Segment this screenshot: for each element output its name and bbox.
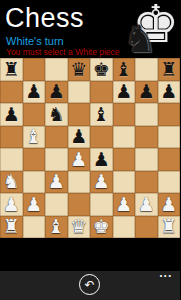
white-pawn[interactable]: ♟ xyxy=(45,171,68,194)
white-pawn[interactable]: ♟ xyxy=(158,193,181,216)
square-g4[interactable] xyxy=(135,148,158,171)
black-knight-art-icon: ♞ xyxy=(123,20,157,58)
square-h2[interactable]: ♟ xyxy=(158,193,181,216)
black-rook[interactable]: ♜ xyxy=(158,58,181,81)
square-c4[interactable] xyxy=(45,148,68,171)
square-g5[interactable] xyxy=(135,126,158,149)
square-f2[interactable]: ♟ xyxy=(113,193,136,216)
white-pawn[interactable]: ♟ xyxy=(68,148,91,171)
black-bishop[interactable]: ♝ xyxy=(90,103,113,126)
black-pawn[interactable]: ♟ xyxy=(68,126,91,149)
white-rook[interactable]: ♜ xyxy=(158,216,181,239)
square-a5[interactable] xyxy=(0,126,23,149)
white-king[interactable]: ♚ xyxy=(90,216,113,239)
square-c6[interactable]: ♞ xyxy=(45,103,68,126)
square-g1[interactable] xyxy=(135,216,158,239)
square-c2[interactable] xyxy=(45,193,68,216)
square-h8[interactable]: ♜ xyxy=(158,58,181,81)
square-b8[interactable] xyxy=(23,58,46,81)
square-b7[interactable]: ♟ xyxy=(23,81,46,104)
white-pawn[interactable]: ♟ xyxy=(113,193,136,216)
square-d3[interactable] xyxy=(68,171,91,194)
turn-indicator: White's turn xyxy=(6,35,64,47)
square-f4[interactable] xyxy=(113,148,136,171)
black-pawn[interactable]: ♟ xyxy=(113,81,136,104)
square-a2[interactable]: ♟ xyxy=(0,193,23,216)
square-b4[interactable] xyxy=(23,148,46,171)
square-e6[interactable]: ♝ xyxy=(90,103,113,126)
square-c3[interactable]: ♟ xyxy=(45,171,68,194)
black-pawn[interactable]: ♟ xyxy=(45,81,68,104)
square-f5[interactable] xyxy=(113,126,136,149)
square-b5[interactable]: ♝ xyxy=(23,126,46,149)
white-pawn[interactable]: ♟ xyxy=(23,193,46,216)
app-bar: ↶ ••• xyxy=(0,271,180,300)
black-bishop[interactable]: ♝ xyxy=(113,58,136,81)
square-a7[interactable] xyxy=(0,81,23,104)
square-d5[interactable]: ♟ xyxy=(68,126,91,149)
black-pawn[interactable]: ♟ xyxy=(135,81,158,104)
square-a1[interactable]: ♜ xyxy=(0,216,23,239)
square-h5[interactable] xyxy=(158,126,181,149)
more-options-button[interactable]: ••• xyxy=(160,272,173,279)
square-h4[interactable] xyxy=(158,148,181,171)
square-c5[interactable] xyxy=(45,126,68,149)
black-rook[interactable]: ♜ xyxy=(0,58,23,81)
chess-board: ♜♛♚♝♜♟♟♟♟♟♟♞♝♝♟♟♟♞♟♟♟♟♟♟♟♜♝♛♚♜ xyxy=(0,58,180,238)
square-d1[interactable]: ♛ xyxy=(68,216,91,239)
square-g6[interactable] xyxy=(135,103,158,126)
header: Chess White's turn You must select a Whi… xyxy=(0,0,180,58)
black-pawn[interactable]: ♟ xyxy=(90,148,113,171)
square-e3[interactable]: ♟ xyxy=(90,171,113,194)
black-king[interactable]: ♚ xyxy=(90,58,113,81)
square-b1[interactable] xyxy=(23,216,46,239)
white-pawn[interactable]: ♟ xyxy=(90,171,113,194)
white-rook[interactable]: ♜ xyxy=(0,216,23,239)
square-b6[interactable] xyxy=(23,103,46,126)
square-e7[interactable] xyxy=(90,81,113,104)
square-h1[interactable]: ♜ xyxy=(158,216,181,239)
undo-icon: ↶ xyxy=(84,279,94,291)
square-h7[interactable]: ♟ xyxy=(158,81,181,104)
square-e8[interactable]: ♚ xyxy=(90,58,113,81)
white-knight[interactable]: ♞ xyxy=(0,171,23,194)
status-message: You must select a White piece xyxy=(6,47,120,57)
square-d7[interactable] xyxy=(68,81,91,104)
white-queen[interactable]: ♛ xyxy=(68,216,91,239)
square-d4[interactable]: ♟ xyxy=(68,148,91,171)
square-d6[interactable] xyxy=(68,103,91,126)
square-e4[interactable]: ♟ xyxy=(90,148,113,171)
square-e1[interactable]: ♚ xyxy=(90,216,113,239)
chess-app-window: Chess White's turn You must select a Whi… xyxy=(0,0,180,300)
square-h6[interactable] xyxy=(158,103,181,126)
square-g7[interactable]: ♟ xyxy=(135,81,158,104)
square-f3[interactable] xyxy=(113,171,136,194)
header-artwork: ♚ ♞ xyxy=(120,2,180,58)
square-f8[interactable]: ♝ xyxy=(113,58,136,81)
square-c7[interactable]: ♟ xyxy=(45,81,68,104)
square-e2[interactable] xyxy=(90,193,113,216)
white-pawn[interactable]: ♟ xyxy=(135,193,158,216)
square-b2[interactable]: ♟ xyxy=(23,193,46,216)
square-d2[interactable] xyxy=(68,193,91,216)
square-f1[interactable] xyxy=(113,216,136,239)
square-c8[interactable] xyxy=(45,58,68,81)
white-bishop[interactable]: ♝ xyxy=(45,216,68,239)
square-a8[interactable]: ♜ xyxy=(0,58,23,81)
square-b3[interactable] xyxy=(23,171,46,194)
square-c1[interactable]: ♝ xyxy=(45,216,68,239)
white-bishop[interactable]: ♝ xyxy=(23,126,46,149)
white-pawn[interactable]: ♟ xyxy=(0,193,23,216)
square-f6[interactable] xyxy=(113,103,136,126)
black-pawn[interactable]: ♟ xyxy=(158,81,181,104)
black-knight[interactable]: ♞ xyxy=(45,103,68,126)
square-a3[interactable]: ♞ xyxy=(0,171,23,194)
square-h3[interactable] xyxy=(158,171,181,194)
square-g2[interactable]: ♟ xyxy=(135,193,158,216)
square-g3[interactable] xyxy=(135,171,158,194)
square-g8[interactable] xyxy=(135,58,158,81)
square-f7[interactable]: ♟ xyxy=(113,81,136,104)
square-e5[interactable] xyxy=(90,126,113,149)
black-queen[interactable]: ♛ xyxy=(68,58,91,81)
square-d8[interactable]: ♛ xyxy=(68,58,91,81)
black-pawn[interactable]: ♟ xyxy=(23,81,46,104)
undo-button[interactable]: ↶ xyxy=(79,274,100,295)
black-pawn[interactable]: ♟ xyxy=(0,103,23,126)
square-a4[interactable] xyxy=(0,148,23,171)
page-title: Chess xyxy=(5,4,84,34)
square-a6[interactable]: ♟ xyxy=(0,103,23,126)
